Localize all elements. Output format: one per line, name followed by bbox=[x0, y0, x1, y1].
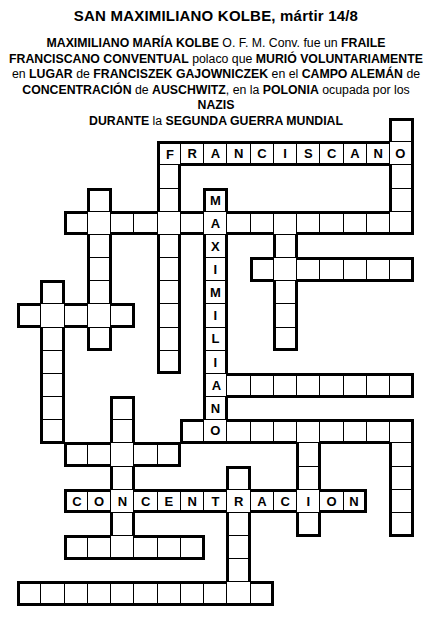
cell-r17c12[interactable] bbox=[296, 512, 321, 537]
cell-r14c3[interactable] bbox=[87, 442, 112, 467]
cell-r1c8[interactable]: A bbox=[203, 141, 228, 166]
cell-r16c16[interactable] bbox=[389, 489, 414, 514]
cell-r6c15[interactable] bbox=[366, 257, 391, 282]
cell-letter: R bbox=[234, 495, 243, 508]
cell-r15c16[interactable] bbox=[389, 466, 414, 491]
cell-r4c12[interactable] bbox=[296, 211, 321, 236]
cell-r6c12[interactable] bbox=[296, 257, 321, 282]
cell-r5c8[interactable]: X bbox=[203, 234, 228, 259]
cell-r2c6[interactable] bbox=[157, 164, 182, 189]
cell-r11c8[interactable]: A bbox=[203, 373, 228, 398]
cell-r13c13[interactable] bbox=[319, 419, 344, 444]
cell-r8c4[interactable] bbox=[110, 303, 135, 328]
cell-r13c14[interactable] bbox=[343, 419, 368, 444]
cell-r6c13[interactable] bbox=[319, 257, 344, 282]
cell-r4c6[interactable] bbox=[157, 211, 182, 236]
cell-r16c10[interactable]: A bbox=[250, 489, 275, 514]
cell-r5c6[interactable] bbox=[157, 234, 182, 259]
cell-r10c8[interactable]: I bbox=[203, 350, 228, 375]
cell-r16c7[interactable]: N bbox=[180, 489, 205, 514]
cell-letter: C bbox=[141, 495, 150, 508]
cell-r11c14[interactable] bbox=[343, 373, 368, 398]
cell-letter: A bbox=[212, 379, 221, 392]
cell-letter: C bbox=[257, 147, 266, 160]
cell-r1c7[interactable]: R bbox=[180, 141, 205, 166]
cell-letter: C bbox=[327, 147, 336, 160]
cell-letter: I bbox=[214, 263, 218, 276]
cell-r1c13[interactable]: C bbox=[319, 141, 344, 166]
cell-r8c6[interactable] bbox=[157, 303, 182, 328]
cell-r6c16[interactable] bbox=[389, 257, 414, 282]
cell-letter: A bbox=[211, 147, 220, 160]
cell-r10c1[interactable] bbox=[40, 350, 65, 375]
cell-r20c6[interactable] bbox=[157, 581, 182, 606]
cell-letter: M bbox=[210, 286, 221, 299]
cell-r4c14[interactable] bbox=[343, 211, 368, 236]
cell-letter: N bbox=[187, 495, 196, 508]
cell-r4c16[interactable] bbox=[389, 211, 414, 236]
cell-r7c6[interactable] bbox=[157, 280, 182, 305]
cell-letter: N bbox=[211, 402, 220, 415]
cell-r10c6[interactable] bbox=[157, 350, 182, 375]
cell-r13c11[interactable] bbox=[273, 419, 298, 444]
cell-r18c2[interactable] bbox=[64, 535, 89, 560]
cell-r18c9[interactable] bbox=[226, 535, 251, 560]
cell-letter: A bbox=[350, 147, 359, 160]
cell-letter: C bbox=[72, 495, 81, 508]
cell-r20c2[interactable] bbox=[64, 581, 89, 606]
cell-r1c11[interactable]: I bbox=[273, 141, 298, 166]
cell-r4c2[interactable] bbox=[64, 211, 89, 236]
cell-letter: O bbox=[327, 495, 337, 508]
cell-letter: T bbox=[211, 495, 219, 508]
cell-r13c7[interactable] bbox=[180, 419, 205, 444]
cell-r14c5[interactable] bbox=[133, 442, 158, 467]
cell-letter: F bbox=[166, 148, 174, 161]
cell-r1c15[interactable]: N bbox=[366, 141, 391, 166]
cell-r5c11[interactable] bbox=[273, 234, 298, 259]
cell-r1c9[interactable]: N bbox=[226, 141, 251, 166]
cell-letter: S bbox=[304, 147, 313, 160]
cell-r18c4[interactable] bbox=[110, 535, 135, 560]
cell-letter: I bbox=[283, 147, 287, 160]
cell-r11c9[interactable] bbox=[226, 373, 251, 398]
cell-r8c0[interactable] bbox=[17, 303, 42, 328]
cell-letter: I bbox=[214, 309, 218, 322]
cell-r18c6[interactable] bbox=[157, 535, 182, 560]
cell-r16c4[interactable]: N bbox=[110, 489, 135, 514]
cell-letter: N bbox=[349, 495, 358, 508]
cell-r20c5[interactable] bbox=[133, 581, 158, 606]
cell-r0c16[interactable] bbox=[389, 118, 414, 143]
cell-r16c14[interactable]: N bbox=[343, 489, 368, 514]
cell-r1c14[interactable]: A bbox=[343, 141, 368, 166]
cell-r7c8[interactable]: M bbox=[203, 280, 228, 305]
cell-r6c11[interactable] bbox=[273, 257, 298, 282]
cell-r4c4[interactable] bbox=[110, 211, 135, 236]
cell-r4c7[interactable] bbox=[180, 211, 205, 236]
cell-r13c16[interactable] bbox=[389, 419, 414, 444]
cell-letter: X bbox=[211, 240, 220, 253]
cell-r4c5[interactable] bbox=[133, 211, 158, 236]
cell-r16c13[interactable]: O bbox=[319, 489, 344, 514]
cell-r20c10[interactable] bbox=[250, 581, 275, 606]
cell-r3c16[interactable] bbox=[389, 188, 414, 213]
cell-r4c10[interactable] bbox=[250, 211, 275, 236]
cell-r13c1[interactable] bbox=[40, 419, 65, 444]
crossword-board: FRANCISCANOMAXIMILIANOCONCENTRACION bbox=[0, 0, 432, 623]
cell-r9c8[interactable]: L bbox=[203, 327, 228, 352]
cell-letter: M bbox=[210, 194, 221, 207]
cell-r6c10[interactable] bbox=[250, 257, 275, 282]
cell-r11c15[interactable] bbox=[366, 373, 391, 398]
cell-r20c7[interactable] bbox=[180, 581, 205, 606]
cell-letter: N bbox=[118, 495, 127, 508]
cell-r9c3[interactable] bbox=[87, 327, 112, 352]
cell-r16c9[interactable]: R bbox=[226, 489, 251, 514]
cell-r14c4[interactable] bbox=[110, 442, 135, 467]
cell-r11c10[interactable] bbox=[250, 373, 275, 398]
cell-r4c11[interactable] bbox=[273, 211, 298, 236]
cell-r11c11[interactable] bbox=[273, 373, 298, 398]
cell-r16c2[interactable]: C bbox=[64, 489, 89, 514]
cell-letter: A bbox=[211, 217, 220, 230]
cell-r16c5[interactable]: C bbox=[133, 489, 158, 514]
cell-r2c16[interactable] bbox=[389, 164, 414, 189]
cell-letter: E bbox=[165, 495, 174, 508]
cell-letter: N bbox=[373, 147, 382, 160]
cell-r3c3[interactable] bbox=[87, 188, 112, 213]
cell-letter: I bbox=[307, 495, 311, 508]
cell-r15c4[interactable] bbox=[110, 466, 135, 491]
cell-r9c1[interactable] bbox=[40, 327, 65, 352]
cell-r13c10[interactable] bbox=[250, 419, 275, 444]
cell-r11c1[interactable] bbox=[40, 373, 65, 398]
cell-r15c9[interactable] bbox=[226, 466, 251, 491]
cell-letter: A bbox=[257, 495, 266, 508]
cell-r20c3[interactable] bbox=[87, 581, 112, 606]
cell-r1c12[interactable]: S bbox=[296, 141, 321, 166]
cell-r6c3[interactable] bbox=[87, 257, 112, 282]
cell-r16c3[interactable]: O bbox=[87, 489, 112, 514]
cell-r4c13[interactable] bbox=[319, 211, 344, 236]
cell-letter: R bbox=[187, 147, 196, 160]
cell-r9c11[interactable] bbox=[273, 327, 298, 352]
cell-r17c9[interactable] bbox=[226, 512, 251, 537]
cell-r20c1[interactable] bbox=[40, 581, 65, 606]
cell-r4c9[interactable] bbox=[226, 211, 251, 236]
cell-r18c5[interactable] bbox=[133, 535, 158, 560]
cell-r8c3[interactable] bbox=[87, 303, 112, 328]
cell-r11c13[interactable] bbox=[319, 373, 344, 398]
cell-letter: O bbox=[94, 495, 104, 508]
cell-r14c12[interactable] bbox=[296, 442, 321, 467]
cell-r12c1[interactable] bbox=[40, 396, 65, 421]
cell-r13c15[interactable] bbox=[366, 419, 391, 444]
cell-r8c8[interactable]: I bbox=[203, 303, 228, 328]
cell-r16c8[interactable]: T bbox=[203, 489, 228, 514]
cell-r4c8[interactable]: A bbox=[203, 211, 228, 236]
cell-r6c14[interactable] bbox=[343, 257, 368, 282]
cell-r3c6[interactable] bbox=[157, 188, 182, 213]
cell-r1c16[interactable]: O bbox=[389, 141, 414, 166]
cell-r16c11[interactable]: C bbox=[273, 489, 298, 514]
cell-r12c8[interactable]: N bbox=[203, 396, 228, 421]
cell-letter: I bbox=[214, 356, 218, 369]
cell-r14c2[interactable] bbox=[64, 442, 89, 467]
crossword-page: SAN MAXIMILIANO KOLBE, mártir 14/8 MAXIM… bbox=[0, 0, 432, 623]
cell-r13c9[interactable] bbox=[226, 419, 251, 444]
cell-r7c1[interactable] bbox=[40, 280, 65, 305]
cell-r9c6[interactable] bbox=[157, 327, 182, 352]
cell-r4c15[interactable] bbox=[366, 211, 391, 236]
cell-letter: L bbox=[211, 332, 219, 345]
cell-letter: O bbox=[210, 424, 220, 437]
cell-r8c11[interactable] bbox=[273, 303, 298, 328]
cell-r3c8[interactable]: M bbox=[203, 188, 228, 213]
cell-letter: C bbox=[280, 495, 289, 508]
cell-letter: N bbox=[234, 147, 243, 160]
cell-r13c4[interactable] bbox=[110, 419, 135, 444]
cell-r20c0[interactable] bbox=[17, 581, 42, 606]
cell-r13c8[interactable]: O bbox=[203, 419, 228, 444]
cell-r18c7[interactable] bbox=[180, 535, 205, 560]
cell-r11c16[interactable] bbox=[389, 373, 414, 398]
cell-r7c11[interactable] bbox=[273, 280, 298, 305]
cell-r14c6[interactable] bbox=[157, 442, 182, 467]
cell-r20c8[interactable] bbox=[203, 581, 228, 606]
cell-r12c4[interactable] bbox=[110, 396, 135, 421]
cell-r18c3[interactable] bbox=[87, 535, 112, 560]
cell-r16c12[interactable]: I bbox=[296, 489, 321, 514]
cell-r16c6[interactable]: E bbox=[157, 489, 182, 514]
cell-r20c9[interactable] bbox=[226, 581, 251, 606]
cell-r1c10[interactable]: C bbox=[250, 141, 275, 166]
cell-r7c3[interactable] bbox=[87, 280, 112, 305]
cell-r13c12[interactable] bbox=[296, 419, 321, 444]
cell-r8c2[interactable] bbox=[64, 303, 89, 328]
cell-r11c12[interactable] bbox=[296, 373, 321, 398]
cell-r1c6[interactable]: F bbox=[157, 141, 182, 166]
cell-letter: O bbox=[395, 147, 405, 160]
cell-r5c3[interactable] bbox=[87, 234, 112, 259]
cell-r20c4[interactable] bbox=[110, 581, 135, 606]
cell-r17c4[interactable] bbox=[110, 512, 135, 537]
cell-r19c9[interactable] bbox=[226, 558, 251, 583]
cell-r15c12[interactable] bbox=[296, 466, 321, 491]
cell-r6c8[interactable]: I bbox=[203, 257, 228, 282]
cell-r8c1[interactable] bbox=[40, 303, 65, 328]
cell-r17c16[interactable] bbox=[389, 512, 414, 537]
cell-r14c16[interactable] bbox=[389, 442, 414, 467]
cell-r4c3[interactable] bbox=[87, 211, 112, 236]
cell-r6c6[interactable] bbox=[157, 257, 182, 282]
